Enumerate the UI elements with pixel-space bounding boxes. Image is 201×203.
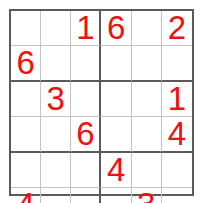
sudoku-cell-r1c1[interactable]: [11, 11, 41, 46]
sudoku-given-digit-r1c4[interactable]: 6: [101, 11, 131, 46]
sudoku-cell-r5c6[interactable]: [162, 153, 192, 188]
sudoku-cell-r6c4[interactable]: [101, 188, 131, 203]
sudoku-cell-r3c5[interactable]: [132, 82, 162, 117]
sudoku-cell-r6c2[interactable]: [41, 188, 71, 203]
sudoku-cell-r1c2[interactable]: [41, 11, 71, 46]
sudoku-cell-r2c2[interactable]: [41, 46, 71, 82]
sudoku-given-digit-r4c3[interactable]: 6: [71, 117, 101, 153]
sudoku-cell-r4c5[interactable]: [132, 117, 162, 153]
sudoku-given-digit-r6c5[interactable]: 3: [132, 188, 162, 203]
sudoku-cell-r3c1[interactable]: [11, 82, 41, 117]
sudoku-cell-r6c3[interactable]: [71, 188, 101, 203]
sudoku-cell-r3c3[interactable]: [71, 82, 101, 117]
sudoku-cell-r5c5[interactable]: [132, 153, 162, 188]
sudoku-given-digit-r3c2[interactable]: 3: [41, 82, 71, 117]
sudoku-cell-r2c6[interactable]: [162, 46, 192, 82]
sudoku-cell-r5c2[interactable]: [41, 153, 71, 188]
sudoku-cell-r1c5[interactable]: [132, 11, 162, 46]
sudoku-given-digit-r3c6[interactable]: 1: [162, 82, 192, 117]
sudoku-cell-r5c1[interactable]: [11, 153, 41, 188]
sudoku-page: 16263164443: [0, 0, 201, 203]
sudoku-board: 16263164443: [9, 9, 194, 196]
sudoku-cell-r3c4[interactable]: [101, 82, 131, 117]
sudoku-cell-r2c4[interactable]: [101, 46, 131, 82]
sudoku-cell-r4c2[interactable]: [41, 117, 71, 153]
sudoku-cell-r6c6[interactable]: [162, 188, 192, 203]
sudoku-cell-r4c1[interactable]: [11, 117, 41, 153]
sudoku-given-digit-r2c1[interactable]: 6: [11, 46, 41, 82]
sudoku-given-digit-r5c4[interactable]: 4: [101, 153, 131, 188]
sudoku-cell-r4c4[interactable]: [101, 117, 131, 153]
sudoku-cell-r2c3[interactable]: [71, 46, 101, 82]
sudoku-cell-r5c3[interactable]: [71, 153, 101, 188]
sudoku-given-digit-r1c3[interactable]: 1: [71, 11, 101, 46]
sudoku-cell-r2c5[interactable]: [132, 46, 162, 82]
sudoku-given-digit-r1c6[interactable]: 2: [162, 11, 192, 46]
sudoku-given-digit-r6c1[interactable]: 4: [11, 188, 41, 203]
sudoku-given-digit-r4c6[interactable]: 4: [162, 117, 192, 153]
